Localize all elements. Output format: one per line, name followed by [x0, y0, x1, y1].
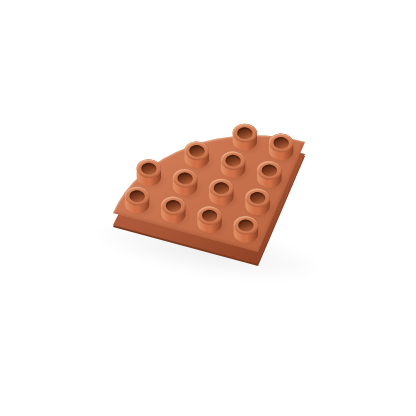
scene: [0, 0, 416, 416]
